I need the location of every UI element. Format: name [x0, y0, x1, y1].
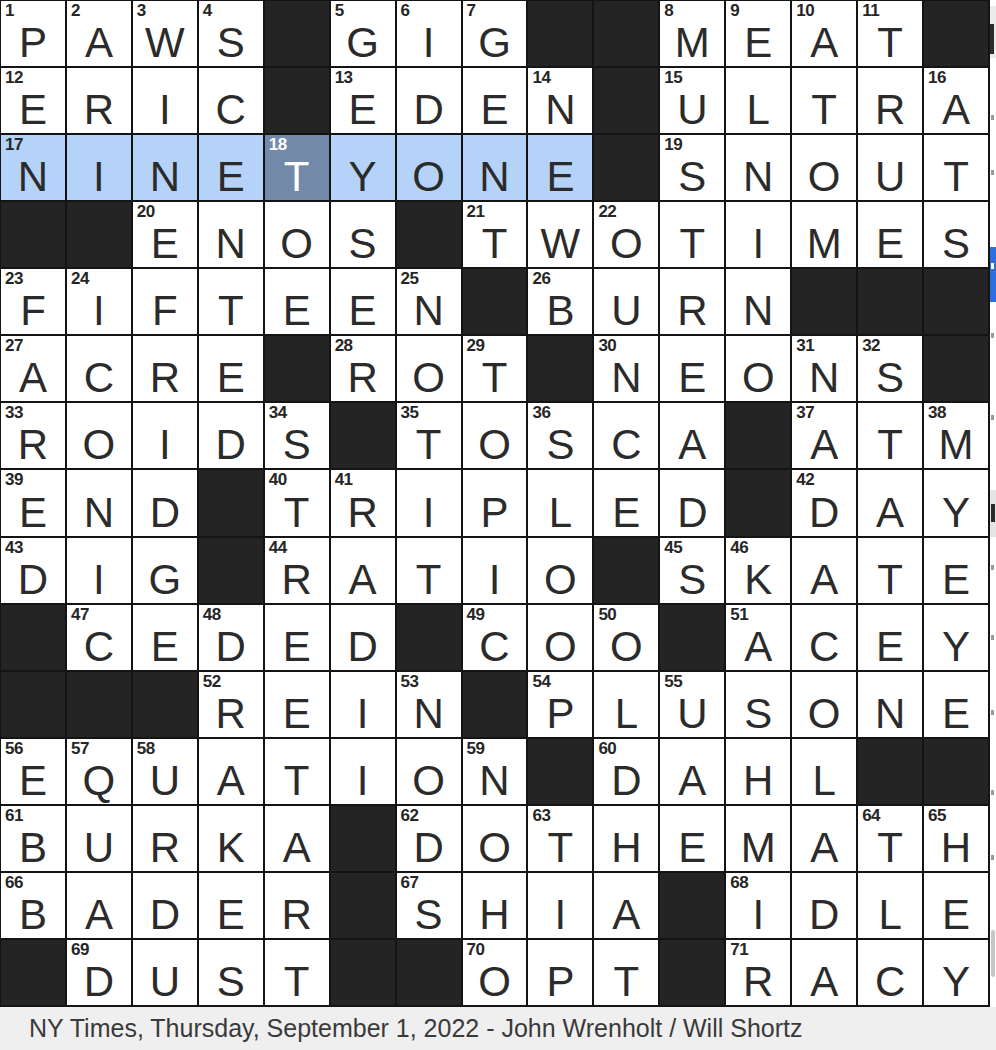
cell-r13c15[interactable]: 65H [924, 806, 988, 871]
cell-r11c7[interactable]: 53N [397, 672, 461, 737]
cell-r15c8[interactable]: 70O [463, 940, 527, 1005]
cell-r6c13[interactable]: 31N [792, 336, 856, 401]
clue-number: 3 [137, 1, 146, 21]
cell-r5c3[interactable]: F [133, 269, 197, 334]
cell-r1c13[interactable]: 10A [792, 1, 856, 66]
cell-r10c14[interactable]: E [858, 605, 922, 670]
cell-r3c4[interactable]: E [199, 135, 263, 200]
cell-r10c6[interactable]: D [331, 605, 395, 670]
cell-r2c15[interactable]: 16A [924, 68, 988, 133]
cell-r8c14[interactable]: A [858, 470, 922, 535]
cell-letter: I [67, 156, 131, 198]
clue-number: 32 [862, 336, 880, 356]
cell-r2c9[interactable]: 14N [528, 68, 592, 133]
cell-r13c3[interactable]: R [133, 806, 197, 871]
clue-number: 20 [137, 202, 155, 222]
cell-r8c3[interactable]: D [133, 470, 197, 535]
cell-letter: D [397, 827, 461, 869]
cell-letter: N [397, 290, 461, 332]
cell-r7c9[interactable]: 36S [528, 403, 592, 468]
cell-r1c12[interactable]: 9E [726, 1, 790, 66]
cell-r3c15[interactable]: T [924, 135, 988, 200]
hovered-clue-fragment[interactable] [990, 490, 996, 537]
clue-number: 10 [796, 1, 814, 21]
cell-r8c5[interactable]: 40T [265, 470, 329, 535]
cell-letter: E [463, 89, 527, 131]
cell-r14c1[interactable]: 66B [1, 873, 65, 938]
cell-r6c12[interactable]: O [726, 336, 790, 401]
clue-number: 36 [532, 403, 550, 423]
cell-r7c1[interactable]: 33R [1, 403, 65, 468]
cell-r12c3[interactable]: 58U [133, 739, 197, 804]
cell-r3c6[interactable]: Y [331, 135, 395, 200]
cell-letter: U [660, 89, 724, 131]
cell-letter: T [858, 22, 922, 64]
cell-r15c12[interactable]: 71R [726, 940, 790, 1005]
cell-r2c4[interactable]: C [199, 68, 263, 133]
cell-r14c12[interactable]: 68I [726, 873, 790, 938]
cell-r11c6[interactable]: I [331, 672, 395, 737]
cell-r2c13[interactable]: T [792, 68, 856, 133]
cell-r15c14[interactable]: C [858, 940, 922, 1005]
cell-r10c4[interactable]: 48D [199, 605, 263, 670]
block-cell-r1c15 [924, 1, 988, 66]
cell-letter: O [528, 626, 592, 668]
cell-letter: T [528, 827, 592, 869]
cell-r1c1[interactable]: 1P [1, 1, 65, 66]
cell-r4c15[interactable]: S [924, 202, 988, 267]
cell-r9c8[interactable]: I [463, 538, 527, 603]
cell-r10c9[interactable]: O [528, 605, 592, 670]
clue-number: 58 [137, 739, 155, 759]
cell-letter: M [792, 223, 856, 265]
cell-letter: D [660, 492, 724, 534]
cell-r13c14[interactable]: 64T [858, 806, 922, 871]
cell-letter: I [528, 894, 592, 936]
cell-letter: S [199, 22, 263, 64]
cell-letter: R [199, 693, 263, 735]
cell-r14c7[interactable]: 67S [397, 873, 461, 938]
cell-r5c9[interactable]: 26B [528, 269, 592, 334]
cell-r15c9[interactable]: P [528, 940, 592, 1005]
cell-r13c10[interactable]: H [594, 806, 658, 871]
block-cell-r5c14 [858, 269, 922, 334]
clue-number: 44 [269, 538, 287, 558]
cell-r7c2[interactable]: O [67, 403, 131, 468]
cell-r14c5[interactable]: R [265, 873, 329, 938]
cell-r8c11[interactable]: D [660, 470, 724, 535]
cell-r14c9[interactable]: I [528, 873, 592, 938]
cell-r9c13[interactable]: A [792, 538, 856, 603]
cell-r1c8[interactable]: 7G [463, 1, 527, 66]
cell-letter: C [199, 89, 263, 131]
clue-number: 43 [5, 538, 23, 558]
cell-r3c2[interactable]: I [67, 135, 131, 200]
cell-letter: N [528, 89, 592, 131]
cell-r4c11[interactable]: T [660, 202, 724, 267]
cell-r4c12[interactable]: I [726, 202, 790, 267]
block-cell-r2c10 [594, 68, 658, 133]
block-cell-r12c15 [924, 739, 988, 804]
cell-r2c12[interactable]: L [726, 68, 790, 133]
cell-r3c11[interactable]: 19S [660, 135, 724, 200]
clue-number: 39 [5, 470, 23, 490]
cell-r3c3[interactable]: N [133, 135, 197, 200]
cell-r10c12[interactable]: 51A [726, 605, 790, 670]
cell-r7c7[interactable]: 35T [397, 403, 461, 468]
cell-r7c13[interactable]: 37A [792, 403, 856, 468]
cell-r3c14[interactable]: U [858, 135, 922, 200]
cell-r14c3[interactable]: D [133, 873, 197, 938]
cell-r14c2[interactable]: A [67, 873, 131, 938]
cell-r12c11[interactable]: A [660, 739, 724, 804]
cell-r3c13[interactable]: O [792, 135, 856, 200]
cell-r9c5[interactable]: 44R [265, 538, 329, 603]
clue-number: 61 [5, 806, 23, 826]
cell-r4c3[interactable]: 20E [133, 202, 197, 267]
cell-r9c7[interactable]: T [397, 538, 461, 603]
cell-letter: B [528, 290, 592, 332]
block-cell-r8c12 [726, 470, 790, 535]
cell-r5c4[interactable]: T [199, 269, 263, 334]
cell-r11c5[interactable]: E [265, 672, 329, 737]
cell-letter: O [528, 559, 592, 601]
cell-letter: W [528, 223, 592, 265]
cell-letter: T [265, 492, 329, 534]
cell-r2c1[interactable]: 12E [1, 68, 65, 133]
cell-r3c12[interactable]: N [726, 135, 790, 200]
cell-r4c10[interactable]: 22O [594, 202, 658, 267]
cell-r15c2[interactable]: 69D [67, 940, 131, 1005]
cell-r3c5[interactable]: 18T [265, 135, 329, 200]
cell-letter: N [463, 156, 527, 198]
block-cell-r15c7 [397, 940, 461, 1005]
cell-letter: N [594, 357, 658, 399]
cell-r7c8[interactable]: O [463, 403, 527, 468]
clue-number: 67 [401, 873, 419, 893]
cell-r8c1[interactable]: 39E [1, 470, 65, 535]
cell-r12c13[interactable]: L [792, 739, 856, 804]
block-cell-r13c6 [331, 806, 395, 871]
cell-letter: G [133, 559, 197, 601]
clue-text-fragment [991, 170, 994, 175]
cell-r3c1[interactable]: 17N [1, 135, 65, 200]
cell-letter: A [67, 894, 131, 936]
clue-text-fragment [991, 415, 994, 420]
cell-r9c15[interactable]: E [924, 538, 988, 603]
cell-letter: L [528, 492, 592, 534]
cell-letter: L [792, 760, 856, 802]
cell-r10c5[interactable]: E [265, 605, 329, 670]
cell-r6c4[interactable]: E [199, 336, 263, 401]
cell-r2c3[interactable]: I [133, 68, 197, 133]
cell-r5c7[interactable]: 25N [397, 269, 461, 334]
block-cell-r6c5 [265, 336, 329, 401]
clue-number: 22 [598, 202, 616, 222]
cell-letter: T [463, 223, 527, 265]
cell-r12c6[interactable]: I [331, 739, 395, 804]
cell-letter: I [67, 290, 131, 332]
cell-letter: L [726, 89, 790, 131]
cell-r1c11[interactable]: 8M [660, 1, 724, 66]
cell-letter: T [594, 961, 658, 1003]
cell-r4c5[interactable]: O [265, 202, 329, 267]
cell-letter: I [67, 559, 131, 601]
cell-r10c3[interactable]: E [133, 605, 197, 670]
cell-r5c12[interactable]: N [726, 269, 790, 334]
cell-r8c9[interactable]: L [528, 470, 592, 535]
cell-r4c4[interactable]: N [199, 202, 263, 267]
cell-r12c4[interactable]: A [199, 739, 263, 804]
cell-r6c7[interactable]: O [397, 336, 461, 401]
clue-number: 48 [203, 605, 221, 625]
cell-letter: E [660, 827, 724, 869]
cell-r15c15[interactable]: Y [924, 940, 988, 1005]
cell-r7c10[interactable]: C [594, 403, 658, 468]
cell-r8c13[interactable]: 42D [792, 470, 856, 535]
cell-r6c8[interactable]: 29T [463, 336, 527, 401]
cell-r15c13[interactable]: A [792, 940, 856, 1005]
cell-r1c6[interactable]: 5G [331, 1, 395, 66]
cell-r9c3[interactable]: G [133, 538, 197, 603]
cell-r14c10[interactable]: A [594, 873, 658, 938]
cell-r4c8[interactable]: 21T [463, 202, 527, 267]
clue-number: 59 [467, 739, 485, 759]
cell-r6c3[interactable]: R [133, 336, 197, 401]
cell-r12c7[interactable]: O [397, 739, 461, 804]
block-cell-r5c13 [792, 269, 856, 334]
cell-letter: E [331, 290, 395, 332]
cell-r4c14[interactable]: E [858, 202, 922, 267]
cell-r11c13[interactable]: O [792, 672, 856, 737]
cell-r1c2[interactable]: 2A [67, 1, 131, 66]
cell-r6c10[interactable]: 30N [594, 336, 658, 401]
cell-letter: T [397, 559, 461, 601]
cell-r10c10[interactable]: 50O [594, 605, 658, 670]
clue-number: 57 [71, 739, 89, 759]
clue-number: 13 [335, 68, 353, 88]
cell-r4c6[interactable]: S [331, 202, 395, 267]
cell-r11c11[interactable]: 55U [660, 672, 724, 737]
cell-r9c6[interactable]: A [331, 538, 395, 603]
cell-letter: A [199, 760, 263, 802]
block-cell-r11c8 [463, 672, 527, 737]
cell-letter: T [463, 357, 527, 399]
cell-r2c11[interactable]: 15U [660, 68, 724, 133]
cell-letter: P [463, 492, 527, 534]
cell-r2c14[interactable]: R [858, 68, 922, 133]
cell-r5c10[interactable]: U [594, 269, 658, 334]
cell-r14c15[interactable]: E [924, 873, 988, 938]
cell-letter: E [1, 760, 65, 802]
cell-letter: O [397, 760, 461, 802]
cell-r12c12[interactable]: H [726, 739, 790, 804]
cell-r4c13[interactable]: M [792, 202, 856, 267]
cell-r9c12[interactable]: 46K [726, 538, 790, 603]
cell-r8c8[interactable]: P [463, 470, 527, 535]
cell-r11c15[interactable]: E [924, 672, 988, 737]
cell-letter: S [331, 223, 395, 265]
cell-letter: T [792, 89, 856, 131]
cell-r1c7[interactable]: 6I [397, 1, 461, 66]
cell-r7c14[interactable]: T [858, 403, 922, 468]
cell-r8c10[interactable]: E [594, 470, 658, 535]
cell-r7c3[interactable]: I [133, 403, 197, 468]
cell-r8c15[interactable]: Y [924, 470, 988, 535]
block-cell-r14c6 [331, 873, 395, 938]
cell-r10c13[interactable]: C [792, 605, 856, 670]
cell-r12c8[interactable]: 59N [463, 739, 527, 804]
cell-letter: I [463, 559, 527, 601]
cell-r13c7[interactable]: 62D [397, 806, 461, 871]
block-cell-r4c1 [1, 202, 65, 267]
cell-r5c2[interactable]: 24I [67, 269, 131, 334]
cell-r7c5[interactable]: 34S [265, 403, 329, 468]
cell-r2c2[interactable]: R [67, 68, 131, 133]
cell-letter: M [924, 424, 988, 466]
cell-letter: U [67, 827, 131, 869]
cell-r6c14[interactable]: 32S [858, 336, 922, 401]
cell-r8c7[interactable]: I [397, 470, 461, 535]
cell-r7c4[interactable]: D [199, 403, 263, 468]
cell-letter: O [463, 961, 527, 1003]
clue-number: 68 [730, 873, 748, 893]
cell-letter: K [199, 827, 263, 869]
cell-r14c8[interactable]: H [463, 873, 527, 938]
cell-r2c8[interactable]: E [463, 68, 527, 133]
clue-number: 12 [5, 68, 23, 88]
cell-letter: O [594, 626, 658, 668]
cell-r13c1[interactable]: 61B [1, 806, 65, 871]
cell-r3c9[interactable]: E [528, 135, 592, 200]
cell-r11c4[interactable]: 52R [199, 672, 263, 737]
cell-r11c10[interactable]: L [594, 672, 658, 737]
cell-r13c9[interactable]: 63T [528, 806, 592, 871]
cell-r15c5[interactable]: T [265, 940, 329, 1005]
cell-letter: C [858, 961, 922, 1003]
cell-r8c6[interactable]: 41R [331, 470, 395, 535]
cell-r14c13[interactable]: D [792, 873, 856, 938]
cell-r1c3[interactable]: 3W [133, 1, 197, 66]
cell-letter: T [199, 290, 263, 332]
block-cell-r15c6 [331, 940, 395, 1005]
cell-r12c5[interactable]: T [265, 739, 329, 804]
clue-number: 7 [467, 1, 476, 21]
cell-letter: T [265, 156, 329, 198]
puzzle-title: NY Times, Thursday, September 1, 2022 - … [29, 1014, 803, 1043]
clue-number: 2 [71, 1, 80, 21]
cell-letter: G [331, 22, 395, 64]
cell-letter: E [924, 559, 988, 601]
cell-r13c13[interactable]: A [792, 806, 856, 871]
clue-number: 66 [5, 873, 23, 893]
cell-r2c7[interactable]: D [397, 68, 461, 133]
cell-letter: C [67, 626, 131, 668]
cell-letter: N [1, 156, 65, 198]
cell-r15c10[interactable]: T [594, 940, 658, 1005]
cell-r13c8[interactable]: O [463, 806, 527, 871]
cell-r13c4[interactable]: K [199, 806, 263, 871]
cell-r6c6[interactable]: 28R [331, 336, 395, 401]
cell-r1c14[interactable]: 11T [858, 1, 922, 66]
clue-number: 16 [928, 68, 946, 88]
cell-r12c2[interactable]: 57Q [67, 739, 131, 804]
cell-r13c5[interactable]: A [265, 806, 329, 871]
cell-r13c11[interactable]: E [660, 806, 724, 871]
cell-r12c10[interactable]: 60D [594, 739, 658, 804]
cell-r10c15[interactable]: Y [924, 605, 988, 670]
cell-r15c3[interactable]: U [133, 940, 197, 1005]
cell-r15c4[interactable]: S [199, 940, 263, 1005]
scrollbar-thumb[interactable] [991, 930, 995, 977]
cell-r7c11[interactable]: A [660, 403, 724, 468]
cell-r6c11[interactable]: E [660, 336, 724, 401]
cell-r11c9[interactable]: 54P [528, 672, 592, 737]
cell-letter: A [660, 760, 724, 802]
cell-r13c12[interactable]: M [726, 806, 790, 871]
cell-letter: C [463, 626, 527, 668]
clue-number: 8 [664, 1, 673, 21]
cell-letter: T [924, 156, 988, 198]
cell-r5c6[interactable]: E [331, 269, 395, 334]
cell-r5c11[interactable]: R [660, 269, 724, 334]
selected-clue-fragment[interactable] [990, 247, 996, 302]
clue-number: 27 [5, 336, 23, 356]
clue-number: 21 [467, 202, 485, 222]
cell-r14c14[interactable]: L [858, 873, 922, 938]
cell-letter: D [199, 626, 263, 668]
cell-letter: S [924, 223, 988, 265]
cell-r1c4[interactable]: 4S [199, 1, 263, 66]
across-header-letter-fragment [990, 24, 994, 54]
cell-r14c4[interactable]: E [199, 873, 263, 938]
cell-r6c2[interactable]: C [67, 336, 131, 401]
cell-r10c8[interactable]: 49C [463, 605, 527, 670]
cell-letter: E [265, 693, 329, 735]
cell-r9c14[interactable]: T [858, 538, 922, 603]
clue-number: 46 [730, 538, 748, 558]
cell-r12c1[interactable]: 56E [1, 739, 65, 804]
cell-r9c9[interactable]: O [528, 538, 592, 603]
cell-r11c12[interactable]: S [726, 672, 790, 737]
cell-letter: A [924, 89, 988, 131]
cell-r13c2[interactable]: U [67, 806, 131, 871]
block-cell-r3c10 [594, 135, 658, 200]
cell-r11c14[interactable]: N [858, 672, 922, 737]
cell-r5c1[interactable]: 23F [1, 269, 65, 334]
cell-letter: E [1, 492, 65, 534]
cell-r3c8[interactable]: N [463, 135, 527, 200]
cell-letter: T [858, 827, 922, 869]
cell-letter: S [726, 693, 790, 735]
cell-r6c1[interactable]: 27A [1, 336, 65, 401]
cell-r9c2[interactable]: I [67, 538, 131, 603]
cell-r7c15[interactable]: 38M [924, 403, 988, 468]
cell-letter: E [1, 89, 65, 131]
cell-letter: B [1, 894, 65, 936]
clue-number: 24 [71, 269, 89, 289]
cell-r9c1[interactable]: 43D [1, 538, 65, 603]
clue-text-fragment [991, 710, 994, 715]
cell-r2c6[interactable]: 13E [331, 68, 395, 133]
cell-r9c11[interactable]: 45S [660, 538, 724, 603]
selected-clue-text-fragment [991, 263, 994, 269]
cell-r3c7[interactable]: O [397, 135, 461, 200]
cell-r4c9[interactable]: W [528, 202, 592, 267]
cell-r8c2[interactable]: N [67, 470, 131, 535]
cell-r10c2[interactable]: 47C [67, 605, 131, 670]
cell-r5c5[interactable]: E [265, 269, 329, 334]
